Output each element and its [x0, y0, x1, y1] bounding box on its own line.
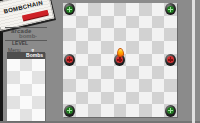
board-cell[interactable] — [152, 16, 165, 29]
board-cell[interactable] — [126, 16, 139, 29]
tray-cell — [32, 59, 45, 71]
arcadebomb-logo[interactable]: arcade bomb· — [5, 27, 47, 41]
board-cell[interactable] — [139, 104, 152, 117]
tray-cell — [7, 84, 20, 96]
board-cell[interactable] — [114, 92, 127, 105]
board-cell[interactable] — [164, 28, 177, 41]
tray-cell — [32, 71, 45, 83]
bombs-tray-header: Bombs — [7, 52, 45, 59]
board-cell[interactable] — [76, 3, 89, 16]
board-cell[interactable] — [101, 79, 114, 92]
board-cell[interactable] — [114, 16, 127, 29]
tray-cell — [32, 96, 45, 108]
board-cell[interactable] — [126, 66, 139, 79]
bomb-red[interactable] — [64, 54, 75, 66]
board-cell[interactable] — [152, 3, 165, 16]
board-cell[interactable] — [139, 28, 152, 41]
board-cell[interactable] — [88, 41, 101, 54]
board-cell[interactable] — [63, 54, 76, 67]
tray-cell — [32, 109, 45, 121]
board-cell[interactable] — [139, 41, 152, 54]
board-cell[interactable] — [88, 3, 101, 16]
board-cell[interactable] — [152, 41, 165, 54]
red-cross-emblem-icon — [66, 56, 73, 63]
board-cell[interactable] — [152, 28, 165, 41]
board-cell[interactable] — [164, 79, 177, 92]
board-cell[interactable] — [76, 79, 89, 92]
board-cell[interactable] — [164, 41, 177, 54]
board-cell[interactable] — [139, 66, 152, 79]
bomb-green[interactable] — [64, 3, 75, 15]
board-cell[interactable] — [126, 79, 139, 92]
tray-cell — [20, 109, 33, 121]
board-cell[interactable] — [101, 28, 114, 41]
bomb-red[interactable] — [165, 54, 176, 66]
bombs-tray-body — [7, 59, 45, 121]
board-cell[interactable] — [76, 104, 89, 117]
green-cross-emblem-icon — [66, 107, 73, 114]
board-cell[interactable] — [63, 92, 76, 105]
board-cell[interactable] — [63, 16, 76, 29]
board-cell[interactable] — [139, 16, 152, 29]
tray-cell — [20, 59, 33, 71]
tray-cell — [20, 96, 33, 108]
green-cross-emblem-icon — [167, 107, 174, 114]
board-cell[interactable] — [63, 66, 76, 79]
tray-cell — [32, 84, 45, 96]
page-background-strip — [192, 0, 195, 123]
bomb-green[interactable] — [165, 3, 176, 15]
board-cell[interactable] — [114, 79, 127, 92]
board-cell[interactable] — [63, 104, 76, 117]
game-window: BOMBCHAIN arcade bomb· LEVEL1 Menu Bombs — [0, 0, 200, 123]
board-cell[interactable] — [101, 16, 114, 29]
tray-cell — [7, 71, 20, 83]
board-cell[interactable] — [88, 92, 101, 105]
board-cell[interactable] — [152, 104, 165, 117]
green-cross-emblem-icon — [167, 6, 174, 13]
board-cell[interactable] — [101, 41, 114, 54]
board-cell[interactable] — [63, 79, 76, 92]
board-cell[interactable] — [76, 66, 89, 79]
board-cell[interactable] — [63, 3, 76, 16]
board-cell[interactable] — [139, 79, 152, 92]
tray-cell — [7, 59, 20, 71]
red-cross-emblem-icon — [167, 56, 174, 63]
board-cell[interactable] — [164, 54, 177, 67]
board-cell[interactable] — [126, 3, 139, 16]
board-cell[interactable] — [139, 54, 152, 67]
board-cell[interactable] — [152, 79, 165, 92]
red-cross-emblem-icon — [116, 56, 123, 63]
board-cell[interactable] — [76, 16, 89, 29]
board-cell[interactable] — [152, 54, 165, 67]
board-cell[interactable] — [76, 41, 89, 54]
game-board — [63, 3, 177, 117]
board-cell[interactable] — [114, 54, 127, 67]
board-cell[interactable] — [76, 54, 89, 67]
board-cell[interactable] — [164, 66, 177, 79]
board-cell[interactable] — [101, 3, 114, 16]
board-cell[interactable] — [114, 3, 127, 16]
level-label: LEVEL — [12, 40, 28, 46]
board-cell[interactable] — [126, 28, 139, 41]
board-cell[interactable] — [164, 16, 177, 29]
board-cell[interactable] — [76, 92, 89, 105]
arcadebomb-logo-line2: bomb· — [5, 34, 47, 39]
tray-cell — [7, 96, 20, 108]
board-cell[interactable] — [164, 104, 177, 117]
board-cell[interactable] — [101, 104, 114, 117]
tray-cell — [20, 71, 33, 83]
board-cell[interactable] — [88, 54, 101, 67]
bomb-green[interactable] — [165, 105, 176, 117]
board-cell[interactable] — [101, 66, 114, 79]
board-cell[interactable] — [126, 92, 139, 105]
logo-red-badge — [22, 10, 48, 21]
window-bottom-edge — [0, 121, 200, 123]
board-cell[interactable] — [114, 104, 127, 117]
board-cell[interactable] — [101, 92, 114, 105]
board-cell[interactable] — [164, 3, 177, 16]
bomb-green[interactable] — [64, 105, 75, 117]
board-cell[interactable] — [139, 3, 152, 16]
bomb-red-lit[interactable] — [114, 54, 125, 66]
board-cell[interactable] — [76, 28, 89, 41]
board-cell[interactable] — [63, 28, 76, 41]
green-cross-emblem-icon — [66, 6, 73, 13]
bombs-tray: Bombs — [7, 52, 45, 121]
board-cell[interactable] — [152, 66, 165, 79]
board-cell[interactable] — [63, 41, 76, 54]
board-cell[interactable] — [88, 79, 101, 92]
board-cell[interactable] — [139, 92, 152, 105]
board-cell[interactable] — [126, 104, 139, 117]
board-cell[interactable] — [164, 92, 177, 105]
board-cell[interactable] — [88, 104, 101, 117]
tray-cell — [20, 84, 33, 96]
tray-cell — [7, 109, 20, 121]
board-cell[interactable] — [126, 54, 139, 67]
board-cell[interactable] — [152, 92, 165, 105]
board-cell[interactable] — [88, 28, 101, 41]
board-cell[interactable] — [114, 66, 127, 79]
board-cell[interactable] — [126, 41, 139, 54]
board-cell[interactable] — [101, 54, 114, 67]
board-cell[interactable] — [88, 16, 101, 29]
board-cell[interactable] — [114, 28, 127, 41]
board-cell[interactable] — [88, 66, 101, 79]
